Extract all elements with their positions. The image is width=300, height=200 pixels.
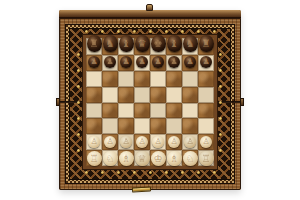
brass-pin-icon	[219, 85, 222, 88]
square-c3[interactable]	[118, 118, 134, 134]
square-h5[interactable]	[198, 87, 214, 103]
brass-pin-icon	[133, 30, 136, 33]
square-c8[interactable]: ♝	[118, 38, 134, 55]
brass-pin-icon	[165, 171, 168, 174]
square-h8[interactable]: ♜	[198, 38, 214, 55]
piece-white-king[interactable]: ♔	[151, 151, 166, 166]
brass-pin-icon	[101, 171, 104, 174]
square-d1[interactable]: ♕	[134, 150, 150, 166]
square-d2[interactable]: ♙	[134, 134, 150, 150]
square-f3[interactable]	[166, 118, 182, 134]
square-b6[interactable]	[102, 71, 118, 87]
brass-pin-icon	[197, 171, 200, 174]
square-f1[interactable]: ♗	[166, 150, 182, 166]
square-g5[interactable]	[182, 87, 198, 103]
square-e4[interactable]	[150, 103, 166, 119]
square-a4[interactable]	[86, 103, 102, 119]
square-c6[interactable]	[118, 71, 134, 87]
square-e3[interactable]	[150, 118, 166, 134]
piece-black-pawn[interactable]: ♟	[184, 56, 196, 68]
piece-white-pawn[interactable]: ♙	[168, 136, 180, 148]
square-g4[interactable]	[182, 103, 198, 119]
brass-pin-icon	[77, 149, 80, 152]
square-f7[interactable]: ♟	[166, 55, 182, 71]
piece-white-pawn[interactable]: ♙	[152, 136, 164, 148]
brass-pin-icon	[149, 171, 152, 174]
square-f5[interactable]	[166, 87, 182, 103]
piece-black-king[interactable]: ♚	[151, 35, 166, 52]
brass-pin-icon	[77, 85, 80, 88]
piece-white-rook[interactable]: ♖	[199, 151, 214, 166]
square-a6[interactable]	[86, 71, 102, 87]
brass-pin-icon	[85, 30, 88, 33]
square-d6[interactable]	[134, 71, 150, 87]
square-b3[interactable]	[102, 118, 118, 134]
brass-pin-icon	[117, 171, 120, 174]
square-g2[interactable]: ♙	[182, 134, 198, 150]
brass-pin-icon	[77, 133, 80, 136]
square-a5[interactable]	[86, 87, 102, 103]
piece-black-rook[interactable]: ♜	[87, 35, 102, 52]
square-a1[interactable]: ♖	[86, 150, 102, 166]
board: ♜♞♝♛♚♝♞♜♟♟♟♟♟♟♟♟♙♙♙♙♙♙♙♙♖♘♗♕♔♗♘♖	[83, 35, 217, 169]
square-d4[interactable]	[134, 103, 150, 119]
square-e7[interactable]: ♟	[150, 55, 166, 71]
square-g3[interactable]	[182, 118, 198, 134]
square-b5[interactable]	[102, 87, 118, 103]
brass-latch-icon	[132, 186, 151, 192]
brass-pin-icon	[77, 117, 80, 120]
piece-black-pawn[interactable]: ♟	[200, 56, 212, 68]
box-top-edge	[59, 10, 241, 18]
square-h4[interactable]	[198, 103, 214, 119]
brass-pin-icon	[219, 101, 222, 104]
brass-pin-icon	[181, 171, 184, 174]
square-e5[interactable]	[150, 87, 166, 103]
square-a2[interactable]: ♙	[86, 134, 102, 150]
square-h2[interactable]: ♙	[198, 134, 214, 150]
brass-pin-icon	[181, 30, 184, 33]
brass-pin-icon	[77, 53, 80, 56]
hinge-icon	[240, 98, 244, 106]
lid-knob-icon	[146, 4, 153, 11]
square-e1[interactable]: ♔	[150, 150, 166, 166]
square-d3[interactable]	[134, 118, 150, 134]
square-g1[interactable]: ♘	[182, 150, 198, 166]
piece-black-pawn[interactable]: ♟	[104, 56, 116, 68]
piece-black-pawn[interactable]: ♟	[136, 56, 148, 68]
piece-black-queen[interactable]: ♛	[135, 35, 150, 52]
brass-pin-icon	[213, 171, 216, 174]
brass-pin-icon	[149, 30, 152, 33]
square-h1[interactable]: ♖	[198, 150, 214, 166]
brass-pin-icon	[77, 69, 80, 72]
brass-pin-icon	[213, 30, 216, 33]
piece-black-pawn[interactable]: ♟	[120, 56, 132, 68]
piece-white-pawn[interactable]: ♙	[88, 136, 100, 148]
piece-white-bishop[interactable]: ♗	[167, 151, 182, 166]
hinge-icon	[56, 98, 60, 106]
square-c1[interactable]: ♗	[118, 150, 134, 166]
brass-pin-icon	[133, 171, 136, 174]
brass-pin-icon	[197, 30, 200, 33]
brass-pin-icon	[219, 69, 222, 72]
piece-black-pawn[interactable]: ♟	[88, 56, 100, 68]
square-c2[interactable]: ♙	[118, 134, 134, 150]
brass-pin-icon	[219, 53, 222, 56]
square-f8[interactable]: ♝	[166, 38, 182, 55]
piece-white-knight[interactable]: ♘	[183, 151, 198, 166]
square-g6[interactable]	[182, 71, 198, 87]
brass-pin-icon	[117, 30, 120, 33]
photo-background: ♜♞♝♛♚♝♞♜♟♟♟♟♟♟♟♟♙♙♙♙♙♙♙♙♖♘♗♕♔♗♘♖	[0, 0, 300, 200]
brass-pin-icon	[165, 30, 168, 33]
square-e2[interactable]: ♙	[150, 134, 166, 150]
piece-black-knight[interactable]: ♞	[103, 35, 118, 52]
square-d8[interactable]: ♛	[134, 38, 150, 55]
square-f4[interactable]	[166, 103, 182, 119]
square-c5[interactable]	[118, 87, 134, 103]
piece-black-bishop[interactable]: ♝	[119, 35, 134, 52]
piece-white-pawn[interactable]: ♙	[120, 136, 132, 148]
square-g7[interactable]: ♟	[182, 55, 198, 71]
brass-pin-icon	[219, 117, 222, 120]
piece-white-knight[interactable]: ♘	[103, 151, 118, 166]
square-a7[interactable]: ♟	[86, 55, 102, 71]
square-a3[interactable]	[86, 118, 102, 134]
square-f6[interactable]	[166, 71, 182, 87]
brass-pin-icon	[101, 30, 104, 33]
square-a8[interactable]: ♜	[86, 38, 102, 55]
piece-white-rook[interactable]: ♖	[87, 151, 102, 166]
square-c4[interactable]	[118, 103, 134, 119]
piece-black-pawn[interactable]: ♟	[168, 56, 180, 68]
square-b4[interactable]	[102, 103, 118, 119]
brass-pin-icon	[219, 133, 222, 136]
piece-black-knight[interactable]: ♞	[183, 35, 198, 52]
piece-black-rook[interactable]: ♜	[199, 35, 214, 52]
piece-white-bishop[interactable]: ♗	[119, 151, 134, 166]
square-b1[interactable]: ♘	[102, 150, 118, 166]
square-h7[interactable]: ♟	[198, 55, 214, 71]
brass-pin-icon	[77, 101, 80, 104]
chess-box: ♜♞♝♛♚♝♞♜♟♟♟♟♟♟♟♟♙♙♙♙♙♙♙♙♖♘♗♕♔♗♘♖	[59, 10, 241, 190]
square-b2[interactable]: ♙	[102, 134, 118, 150]
piece-white-pawn[interactable]: ♙	[104, 136, 116, 148]
square-e8[interactable]: ♚	[150, 38, 166, 55]
piece-white-pawn[interactable]: ♙	[136, 136, 148, 148]
square-h3[interactable]	[198, 118, 214, 134]
piece-white-pawn[interactable]: ♙	[200, 136, 212, 148]
brass-pin-icon	[85, 171, 88, 174]
square-g8[interactable]: ♞	[182, 38, 198, 55]
square-h6[interactable]	[198, 71, 214, 87]
piece-black-bishop[interactable]: ♝	[167, 35, 182, 52]
piece-white-pawn[interactable]: ♙	[184, 136, 196, 148]
square-d5[interactable]	[134, 87, 150, 103]
piece-black-pawn[interactable]: ♟	[152, 56, 164, 68]
brass-pin-icon	[219, 149, 222, 152]
square-b8[interactable]: ♞	[102, 38, 118, 55]
square-d7[interactable]: ♟	[134, 55, 150, 71]
piece-white-queen[interactable]: ♕	[135, 151, 150, 166]
square-e6[interactable]	[150, 71, 166, 87]
square-c7[interactable]: ♟	[118, 55, 134, 71]
square-f2[interactable]: ♙	[166, 134, 182, 150]
square-b7[interactable]: ♟	[102, 55, 118, 71]
